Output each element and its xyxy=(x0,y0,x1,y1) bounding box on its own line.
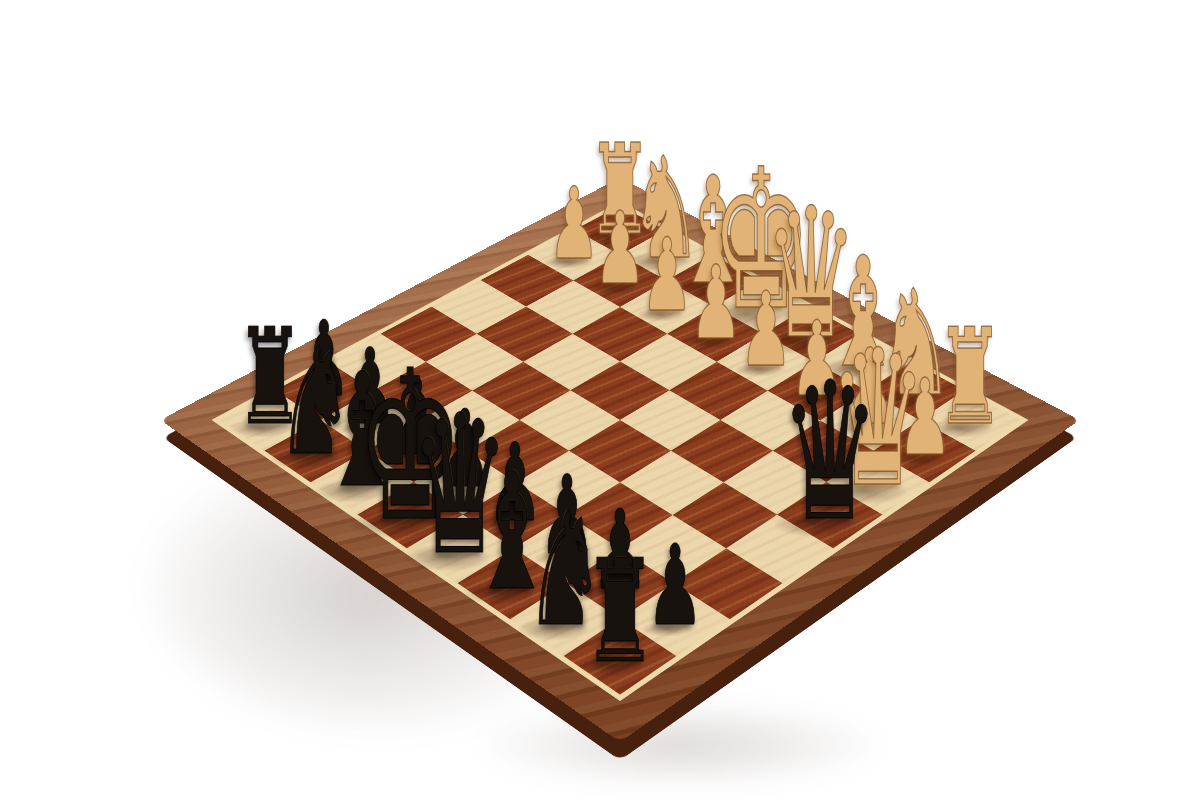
square-d6 xyxy=(517,451,620,515)
square-g8 xyxy=(264,420,366,482)
square-e6 xyxy=(468,420,570,482)
square-a4 xyxy=(777,482,882,548)
square-f7 xyxy=(366,420,468,482)
square-e7 xyxy=(414,451,517,515)
square-f8 xyxy=(310,451,413,515)
square-d7 xyxy=(463,482,568,548)
chess-set-photo: ♜♞♝♛♚♝♞♜♟♟♟♟♟♟♟♟♛♛♟♟♟♟♟♟♟♟♜♞♝♛♚♝♞♜ xyxy=(0,0,1200,800)
square-d5 xyxy=(569,420,671,482)
square-b5 xyxy=(672,482,777,548)
square-b8 xyxy=(510,583,620,656)
square-c6 xyxy=(568,482,673,548)
square-c8 xyxy=(457,548,565,619)
square-d8 xyxy=(407,515,514,583)
square-a5 xyxy=(727,515,834,583)
square-a8 xyxy=(564,619,676,695)
square-b3 xyxy=(772,420,874,482)
square-a2 xyxy=(874,420,976,482)
square-a6 xyxy=(674,548,782,619)
square-a7 xyxy=(620,583,730,656)
square-c4 xyxy=(671,420,773,482)
square-c5 xyxy=(620,451,723,515)
square-c7 xyxy=(513,515,620,583)
square-a3 xyxy=(826,451,929,515)
square-b6 xyxy=(620,515,727,583)
square-b4 xyxy=(723,451,826,515)
square-b7 xyxy=(566,548,674,619)
square-e8 xyxy=(358,482,463,548)
